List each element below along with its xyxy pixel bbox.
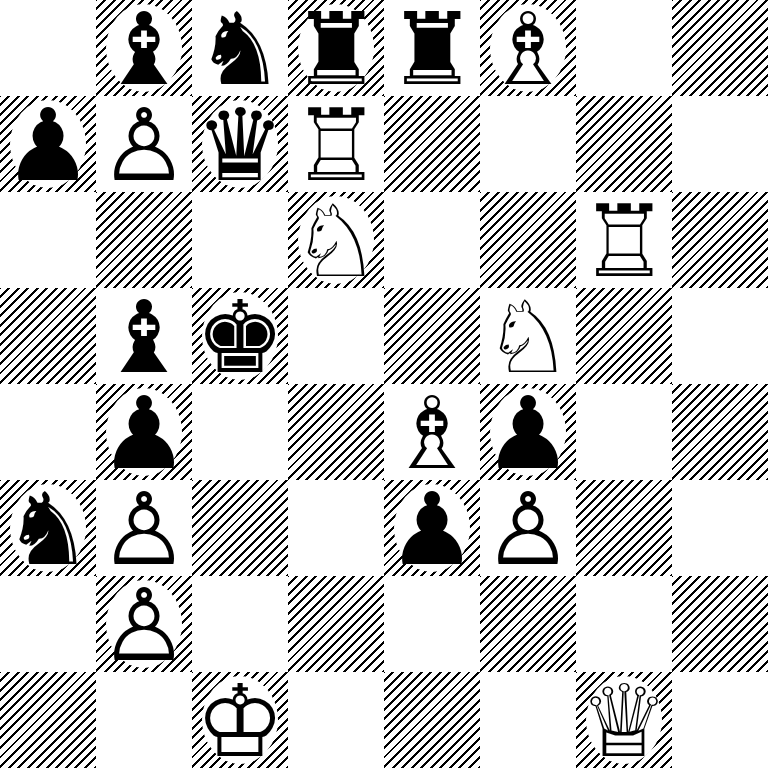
square-d7[interactable]: ♖ [288, 96, 384, 192]
square-d6[interactable]: ♘ [288, 192, 384, 288]
square-e6[interactable] [384, 192, 480, 288]
square-f6[interactable] [480, 192, 576, 288]
square-b4[interactable]: ♟ [96, 384, 192, 480]
square-g1[interactable]: ♕ [576, 672, 672, 768]
square-d3[interactable] [288, 480, 384, 576]
square-f7[interactable] [480, 96, 576, 192]
black-pawn-icon: ♟ [99, 386, 189, 482]
black-rook-icon: ♜ [291, 2, 381, 98]
white-pawn-icon: ♙ [99, 98, 189, 194]
black-queen-icon: ♛ [195, 98, 285, 194]
square-d1[interactable] [288, 672, 384, 768]
square-b7[interactable]: ♙ [96, 96, 192, 192]
square-e5[interactable] [384, 288, 480, 384]
square-d5[interactable] [288, 288, 384, 384]
square-e4[interactable]: ♗ [384, 384, 480, 480]
black-pawn-icon: ♟ [3, 98, 93, 194]
black-bishop-icon: ♝ [99, 2, 189, 98]
square-e7[interactable] [384, 96, 480, 192]
square-f8[interactable]: ♗ [480, 0, 576, 96]
square-h3[interactable] [672, 480, 768, 576]
black-knight-icon: ♞ [195, 2, 285, 98]
square-h8[interactable] [672, 0, 768, 96]
square-c6[interactable] [192, 192, 288, 288]
square-h4[interactable] [672, 384, 768, 480]
white-bishop-icon: ♗ [387, 386, 477, 482]
square-c2[interactable] [192, 576, 288, 672]
square-e3[interactable]: ♟ [384, 480, 480, 576]
square-h5[interactable] [672, 288, 768, 384]
white-pawn-icon: ♙ [99, 578, 189, 674]
square-d2[interactable] [288, 576, 384, 672]
white-pawn-icon: ♙ [483, 482, 573, 578]
square-g2[interactable] [576, 576, 672, 672]
square-b2[interactable]: ♙ [96, 576, 192, 672]
white-rook-icon: ♖ [579, 194, 669, 290]
square-c1[interactable]: ♔ [192, 672, 288, 768]
black-rook-icon: ♜ [387, 2, 477, 98]
square-a7[interactable]: ♟ [0, 96, 96, 192]
square-g8[interactable] [576, 0, 672, 96]
square-f4[interactable]: ♟ [480, 384, 576, 480]
black-king-icon: ♚ [195, 290, 285, 386]
square-c7[interactable]: ♛ [192, 96, 288, 192]
square-h2[interactable] [672, 576, 768, 672]
square-e2[interactable] [384, 576, 480, 672]
square-e8[interactable]: ♜ [384, 0, 480, 96]
white-king-icon: ♔ [195, 674, 285, 768]
square-d4[interactable] [288, 384, 384, 480]
square-c8[interactable]: ♞ [192, 0, 288, 96]
square-a8[interactable] [0, 0, 96, 96]
square-f1[interactable] [480, 672, 576, 768]
square-h7[interactable] [672, 96, 768, 192]
square-g4[interactable] [576, 384, 672, 480]
square-h6[interactable] [672, 192, 768, 288]
square-a3[interactable]: ♞ [0, 480, 96, 576]
chess-board: ♝♞♜♜♗♟♙♛♖♘♖♝♚♘♟♗♟♞♙♟♙♙♔♕ [0, 0, 768, 768]
square-a1[interactable] [0, 672, 96, 768]
square-a2[interactable] [0, 576, 96, 672]
white-rook-icon: ♖ [291, 98, 381, 194]
white-queen-icon: ♕ [579, 674, 669, 768]
square-f5[interactable]: ♘ [480, 288, 576, 384]
square-b3[interactable]: ♙ [96, 480, 192, 576]
square-g5[interactable] [576, 288, 672, 384]
square-b6[interactable] [96, 192, 192, 288]
square-c5[interactable]: ♚ [192, 288, 288, 384]
white-pawn-icon: ♙ [99, 482, 189, 578]
square-g3[interactable] [576, 480, 672, 576]
black-bishop-icon: ♝ [99, 290, 189, 386]
square-g6[interactable]: ♖ [576, 192, 672, 288]
square-c4[interactable] [192, 384, 288, 480]
black-knight-icon: ♞ [3, 482, 93, 578]
square-a6[interactable] [0, 192, 96, 288]
square-a5[interactable] [0, 288, 96, 384]
black-pawn-icon: ♟ [387, 482, 477, 578]
white-knight-icon: ♘ [483, 290, 573, 386]
square-h1[interactable] [672, 672, 768, 768]
square-f3[interactable]: ♙ [480, 480, 576, 576]
square-a4[interactable] [0, 384, 96, 480]
square-c3[interactable] [192, 480, 288, 576]
square-e1[interactable] [384, 672, 480, 768]
black-pawn-icon: ♟ [483, 386, 573, 482]
square-b5[interactable]: ♝ [96, 288, 192, 384]
square-g7[interactable] [576, 96, 672, 192]
square-d8[interactable]: ♜ [288, 0, 384, 96]
square-b1[interactable] [96, 672, 192, 768]
square-b8[interactable]: ♝ [96, 0, 192, 96]
white-knight-icon: ♘ [291, 194, 381, 290]
square-f2[interactable] [480, 576, 576, 672]
white-bishop-icon: ♗ [483, 2, 573, 98]
